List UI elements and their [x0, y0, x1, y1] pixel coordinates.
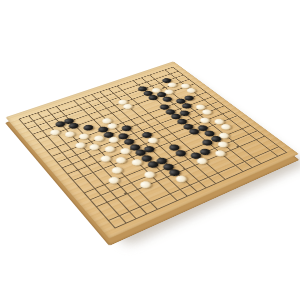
black-stone: [189, 151, 204, 160]
black-stone: [120, 124, 134, 132]
white-stone: [73, 141, 87, 149]
black-stone: [145, 160, 160, 169]
black-stone: [209, 135, 223, 143]
black-stone: [167, 143, 181, 152]
white-stone: [215, 140, 229, 148]
black-stone: [82, 124, 95, 132]
hoshi-point: [183, 168, 187, 170]
black-stone: [198, 147, 212, 156]
white-stone: [217, 132, 231, 140]
white-stone: [114, 156, 128, 165]
black-stone: [200, 138, 214, 146]
hoshi-point: [197, 114, 200, 116]
black-stone: [67, 122, 80, 130]
white-stone: [130, 158, 145, 167]
white-stone: [78, 132, 92, 140]
white-stone: [174, 174, 189, 184]
black-stone: [140, 131, 154, 139]
black-stone: [139, 154, 153, 163]
black-stone: [127, 143, 141, 152]
white-stone: [118, 147, 132, 156]
black-stone: [116, 133, 130, 141]
hoshi-point: [124, 192, 128, 194]
black-stone: [161, 96, 174, 103]
hoshi-point: [163, 87, 166, 89]
white-stone: [185, 87, 198, 94]
black-stone: [173, 149, 187, 158]
black-stone: [143, 145, 157, 154]
go-board: [5, 61, 299, 238]
white-stone: [195, 157, 210, 166]
black-stone: [161, 162, 176, 171]
black-stone: [155, 156, 170, 165]
hoshi-point: [89, 155, 92, 157]
white-stone: [88, 143, 102, 152]
black-stone: [133, 149, 147, 158]
white-stone: [166, 81, 179, 88]
board-grid: [18, 67, 287, 229]
white-stone: [200, 108, 213, 115]
black-stone: [180, 102, 193, 109]
board-surface: [5, 61, 299, 238]
white-stone: [219, 123, 233, 131]
white-stone: [213, 149, 228, 158]
black-stone: [122, 138, 136, 146]
white-stone: [92, 134, 106, 142]
photo-canvas: [0, 0, 300, 300]
white-stone: [142, 170, 157, 179]
black-stone: [202, 130, 216, 138]
white-stone: [103, 145, 117, 154]
white-stone: [198, 116, 212, 124]
white-stone: [121, 103, 134, 110]
white-stone: [110, 166, 125, 175]
white-stone: [63, 130, 77, 138]
hoshi-point: [112, 104, 115, 106]
hoshi-point: [236, 145, 239, 147]
white-stone: [107, 136, 121, 144]
white-stone: [99, 154, 113, 163]
white-stone: [49, 129, 62, 137]
white-stone: [138, 180, 153, 190]
black-stone: [167, 168, 182, 177]
white-stone: [146, 136, 160, 144]
white-stone: [106, 176, 121, 186]
